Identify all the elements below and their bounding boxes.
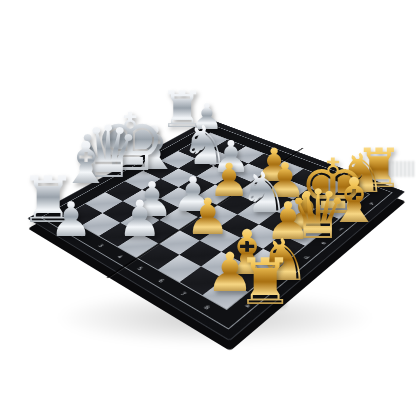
watermark-fragment [388, 161, 414, 177]
product-photo: 12345678 abcdefgh ♜♟♞♝♚♟♛♟♝♜♞♟♟♟♞♚♟♜♝♟♟♟… [0, 0, 416, 416]
silver-pawn[interactable]: ♟ [118, 194, 163, 244]
gold-rook[interactable]: ♜ [236, 250, 293, 314]
pieces-layer: ♜♟♞♝♚♟♛♟♝♜♞♟♟♟♞♚♟♜♝♟♟♟♟♟♛♝♞♟♜ [0, 0, 416, 416]
silver-pawn[interactable]: ♟ [49, 195, 92, 243]
